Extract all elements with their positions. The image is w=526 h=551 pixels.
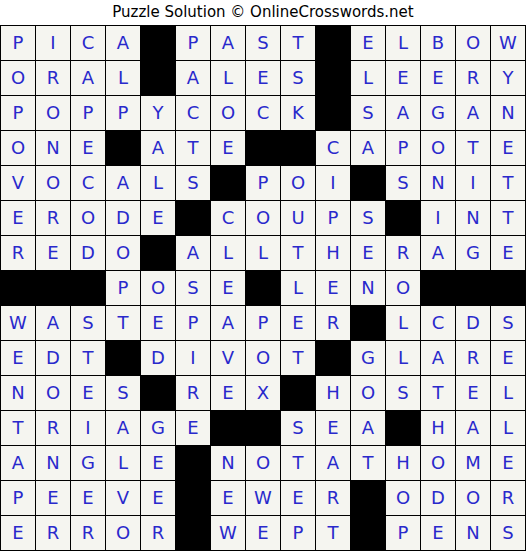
cell-r2c3: A <box>71 61 106 96</box>
black-cell-r2c5 <box>141 61 176 96</box>
cell-r13c10: A <box>316 446 351 481</box>
cell-r1c15: W <box>491 26 526 61</box>
cell-r5c10: I <box>316 166 351 201</box>
cell-r14c9: E <box>281 481 316 516</box>
cell-r4c15: E <box>491 131 526 166</box>
black-cell-r4c4 <box>106 131 141 166</box>
cell-r15c3: R <box>71 516 106 551</box>
black-cell-r12c12 <box>386 411 421 446</box>
cell-r13c15: E <box>491 446 526 481</box>
cell-r5c5: L <box>141 166 176 201</box>
cell-r9c10: R <box>316 306 351 341</box>
cell-r2c2: R <box>36 61 71 96</box>
cell-r15c5: R <box>141 516 176 551</box>
cell-r4c3: E <box>71 131 106 166</box>
cell-r10c6: I <box>176 341 211 376</box>
cell-r9c3: S <box>71 306 106 341</box>
cell-r7c9: T <box>281 236 316 271</box>
cell-r10c8: O <box>246 341 281 376</box>
cell-r11c2: O <box>36 376 71 411</box>
cell-r10c1: E <box>1 341 36 376</box>
cell-r3c4: P <box>106 96 141 131</box>
cell-r5c3: C <box>71 166 106 201</box>
black-cell-r8c3 <box>71 271 106 306</box>
cell-r1c4: A <box>106 26 141 61</box>
cell-r12c11: A <box>351 411 386 446</box>
cell-r7c8: L <box>246 236 281 271</box>
cell-r11c13: T <box>421 376 456 411</box>
cell-r1c7: A <box>211 26 246 61</box>
cell-r6c4: D <box>106 201 141 236</box>
cell-r3c1: P <box>1 96 36 131</box>
cell-r3c8: C <box>246 96 281 131</box>
cell-r1c12: L <box>386 26 421 61</box>
cell-r11c4: S <box>106 376 141 411</box>
cell-r4c5: A <box>141 131 176 166</box>
cell-r10c7: V <box>211 341 246 376</box>
cell-r4c1: O <box>1 131 36 166</box>
cell-r9c9: E <box>281 306 316 341</box>
cell-r5c1: V <box>1 166 36 201</box>
cell-r14c7: E <box>211 481 246 516</box>
cell-r15c4: O <box>106 516 141 551</box>
cell-r7c4: O <box>106 236 141 271</box>
cell-r3c9: K <box>281 96 316 131</box>
cell-r7c14: G <box>456 236 491 271</box>
cell-r15c7: W <box>211 516 246 551</box>
cell-r4c7: E <box>211 131 246 166</box>
cell-r13c2: N <box>36 446 71 481</box>
cell-r13c4: L <box>106 446 141 481</box>
cell-r13c11: T <box>351 446 386 481</box>
cell-r5c15: T <box>491 166 526 201</box>
cell-r5c13: N <box>421 166 456 201</box>
cell-r10c14: R <box>456 341 491 376</box>
black-cell-r8c14 <box>456 271 491 306</box>
cell-r7c6: A <box>176 236 211 271</box>
black-cell-r15c6 <box>176 516 211 551</box>
cell-r6c14: N <box>456 201 491 236</box>
cell-r5c2: O <box>36 166 71 201</box>
cell-r1c6: P <box>176 26 211 61</box>
cell-r13c7: N <box>211 446 246 481</box>
cell-r1c1: P <box>1 26 36 61</box>
cell-r7c12: R <box>386 236 421 271</box>
cell-r3c12: A <box>386 96 421 131</box>
cell-r3c15: N <box>491 96 526 131</box>
black-cell-r2c10 <box>316 61 351 96</box>
page-title: Puzzle Solution © OnlineCrosswords.net <box>0 0 526 25</box>
cell-r8c11: N <box>351 271 386 306</box>
cell-r1c11: E <box>351 26 386 61</box>
cell-r9c1: W <box>1 306 36 341</box>
black-cell-r8c1 <box>1 271 36 306</box>
cell-r11c6: R <box>176 376 211 411</box>
cell-r10c3: T <box>71 341 106 376</box>
black-cell-r5c11 <box>351 166 386 201</box>
cell-r15c14: N <box>456 516 491 551</box>
cell-r12c6: E <box>176 411 211 446</box>
black-cell-r14c11 <box>351 481 386 516</box>
cell-r15c10: T <box>316 516 351 551</box>
cell-r12c9: S <box>281 411 316 446</box>
cell-r7c1: R <box>1 236 36 271</box>
cell-r13c5: E <box>141 446 176 481</box>
black-cell-r13c6 <box>176 446 211 481</box>
cell-r9c4: T <box>106 306 141 341</box>
cell-r1c3: C <box>71 26 106 61</box>
cell-r13c14: M <box>456 446 491 481</box>
cell-r13c8: O <box>246 446 281 481</box>
cell-r7c13: A <box>421 236 456 271</box>
cell-r4c6: T <box>176 131 211 166</box>
cell-r8c4: P <box>106 271 141 306</box>
cell-r10c13: A <box>421 341 456 376</box>
cell-r10c2: D <box>36 341 71 376</box>
cell-r2c9: S <box>281 61 316 96</box>
cell-r9c15: S <box>491 306 526 341</box>
cell-r15c15: S <box>491 516 526 551</box>
cell-r12c3: I <box>71 411 106 446</box>
cell-r12c14: A <box>456 411 491 446</box>
cell-r5c8: P <box>246 166 281 201</box>
cell-r1c8: S <box>246 26 281 61</box>
black-cell-r1c5 <box>141 26 176 61</box>
cell-r2c8: E <box>246 61 281 96</box>
cell-r11c15: L <box>491 376 526 411</box>
cell-r1c14: O <box>456 26 491 61</box>
cell-r3c3: P <box>71 96 106 131</box>
cell-r10c15: E <box>491 341 526 376</box>
cell-r14c1: P <box>1 481 36 516</box>
cell-r11c12: S <box>386 376 421 411</box>
black-cell-r5c7 <box>211 166 246 201</box>
black-cell-r12c7 <box>211 411 246 446</box>
black-cell-r12c8 <box>246 411 281 446</box>
cell-r14c13: D <box>421 481 456 516</box>
cell-r1c13: B <box>421 26 456 61</box>
cell-r10c11: G <box>351 341 386 376</box>
cell-r7c15: E <box>491 236 526 271</box>
cell-r12c10: E <box>316 411 351 446</box>
black-cell-r8c2 <box>36 271 71 306</box>
cell-r6c8: O <box>246 201 281 236</box>
cell-r8c7: E <box>211 271 246 306</box>
cell-r15c9: P <box>281 516 316 551</box>
cell-r11c11: O <box>351 376 386 411</box>
cell-r14c2: E <box>36 481 71 516</box>
cell-r5c4: A <box>106 166 141 201</box>
cell-r9c6: P <box>176 306 211 341</box>
cell-r12c2: R <box>36 411 71 446</box>
cell-r15c13: E <box>421 516 456 551</box>
cell-r11c8: X <box>246 376 281 411</box>
cell-r7c11: E <box>351 236 386 271</box>
cell-r6c7: C <box>211 201 246 236</box>
cell-r9c5: E <box>141 306 176 341</box>
cell-r4c10: C <box>316 131 351 166</box>
cell-r11c14: E <box>456 376 491 411</box>
cell-r5c14: I <box>456 166 491 201</box>
cell-r6c11: S <box>351 201 386 236</box>
black-cell-r4c8 <box>246 131 281 166</box>
cell-r10c9: T <box>281 341 316 376</box>
cell-r8c5: O <box>141 271 176 306</box>
black-cell-r6c6 <box>176 201 211 236</box>
cell-r4c12: P <box>386 131 421 166</box>
cell-r2c14: R <box>456 61 491 96</box>
cell-r12c5: G <box>141 411 176 446</box>
cell-r14c5: E <box>141 481 176 516</box>
cell-r2c4: L <box>106 61 141 96</box>
cell-r2c11: L <box>351 61 386 96</box>
black-cell-r3c10 <box>316 96 351 131</box>
black-cell-r11c5 <box>141 376 176 411</box>
cell-r9c14: D <box>456 306 491 341</box>
cell-r14c14: O <box>456 481 491 516</box>
cell-r10c5: D <box>141 341 176 376</box>
cell-r12c4: A <box>106 411 141 446</box>
black-cell-r4c9 <box>281 131 316 166</box>
black-cell-r9c11 <box>351 306 386 341</box>
cell-r7c2: E <box>36 236 71 271</box>
cell-r14c15: R <box>491 481 526 516</box>
cell-r9c2: A <box>36 306 71 341</box>
cell-r3c14: A <box>456 96 491 131</box>
cell-r14c4: V <box>106 481 141 516</box>
cell-r2c1: O <box>1 61 36 96</box>
cell-r3c2: O <box>36 96 71 131</box>
cell-r2c12: E <box>386 61 421 96</box>
cell-r9c12: L <box>386 306 421 341</box>
cell-r15c12: P <box>386 516 421 551</box>
black-cell-r7c5 <box>141 236 176 271</box>
cell-r14c12: O <box>386 481 421 516</box>
cell-r11c3: E <box>71 376 106 411</box>
black-cell-r10c4 <box>106 341 141 376</box>
cell-r4c13: O <box>421 131 456 166</box>
cell-r8c6: S <box>176 271 211 306</box>
cell-r6c3: O <box>71 201 106 236</box>
cell-r10c12: L <box>386 341 421 376</box>
cell-r13c3: G <box>71 446 106 481</box>
cell-r9c8: P <box>246 306 281 341</box>
cell-r4c2: N <box>36 131 71 166</box>
cell-r2c15: Y <box>491 61 526 96</box>
black-cell-r10c10 <box>316 341 351 376</box>
black-cell-r1c10 <box>316 26 351 61</box>
black-cell-r6c12 <box>386 201 421 236</box>
cell-r4c14: T <box>456 131 491 166</box>
black-cell-r8c13 <box>421 271 456 306</box>
cell-r1c2: I <box>36 26 71 61</box>
cell-r13c9: T <box>281 446 316 481</box>
cell-r2c13: E <box>421 61 456 96</box>
cell-r3c7: O <box>211 96 246 131</box>
cell-r14c10: R <box>316 481 351 516</box>
cell-r14c8: W <box>246 481 281 516</box>
cell-r12c1: T <box>1 411 36 446</box>
cell-r12c13: H <box>421 411 456 446</box>
cell-r2c6: A <box>176 61 211 96</box>
cell-r6c1: E <box>1 201 36 236</box>
cell-r1c9: T <box>281 26 316 61</box>
cell-r11c10: H <box>316 376 351 411</box>
cell-r11c1: N <box>1 376 36 411</box>
black-cell-r8c15 <box>491 271 526 306</box>
cell-r3c11: S <box>351 96 386 131</box>
black-cell-r8c8 <box>246 271 281 306</box>
crossword-grid: PICAPASTELBOWORALALESLEERYPOPPYCOCKSAGAN… <box>0 25 526 551</box>
cell-r7c7: L <box>211 236 246 271</box>
cell-r5c12: S <box>386 166 421 201</box>
cell-r4c11: A <box>351 131 386 166</box>
cell-r13c13: O <box>421 446 456 481</box>
cell-r15c8: E <box>246 516 281 551</box>
cell-r2c7: L <box>211 61 246 96</box>
cell-r6c9: U <box>281 201 316 236</box>
cell-r6c13: I <box>421 201 456 236</box>
cell-r9c7: A <box>211 306 246 341</box>
cell-r9c13: C <box>421 306 456 341</box>
cell-r7c3: D <box>71 236 106 271</box>
cell-r6c10: P <box>316 201 351 236</box>
black-cell-r15c11 <box>351 516 386 551</box>
cell-r15c2: R <box>36 516 71 551</box>
cell-r3c13: G <box>421 96 456 131</box>
black-cell-r11c9 <box>281 376 316 411</box>
cell-r13c12: H <box>386 446 421 481</box>
cell-r14c3: E <box>71 481 106 516</box>
cell-r8c12: O <box>386 271 421 306</box>
cell-r7c10: H <box>316 236 351 271</box>
cell-r5c9: O <box>281 166 316 201</box>
cell-r3c5: Y <box>141 96 176 131</box>
cell-r6c15: T <box>491 201 526 236</box>
cell-r5c6: S <box>176 166 211 201</box>
cell-r6c2: R <box>36 201 71 236</box>
cell-r8c10: E <box>316 271 351 306</box>
cell-r6c5: E <box>141 201 176 236</box>
black-cell-r14c6 <box>176 481 211 516</box>
cell-r8c9: L <box>281 271 316 306</box>
cell-r3c6: C <box>176 96 211 131</box>
cell-r12c15: L <box>491 411 526 446</box>
cell-r11c7: E <box>211 376 246 411</box>
cell-r13c1: A <box>1 446 36 481</box>
cell-r15c1: E <box>1 516 36 551</box>
